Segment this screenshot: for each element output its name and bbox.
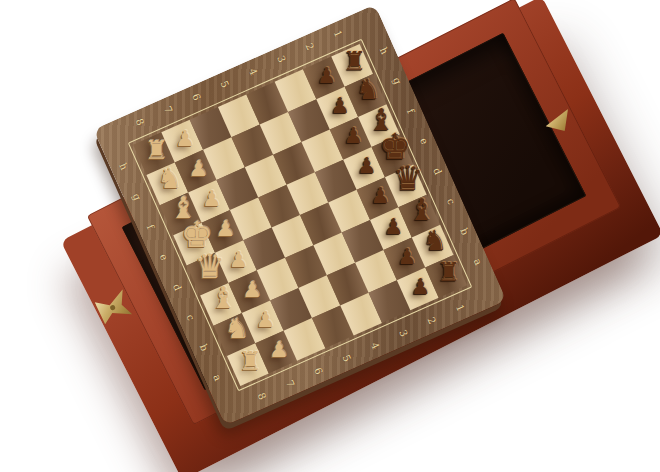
rank-label-bottom-4: 4 xyxy=(364,335,385,356)
file-label-left-h: h xyxy=(113,156,134,177)
file-label-left-a: a xyxy=(206,367,227,388)
rank-label-bottom-6: 6 xyxy=(308,361,329,382)
white-pawn-d7[interactable]: ♟ xyxy=(223,249,254,271)
white-pawn-a7[interactable]: ♟ xyxy=(263,339,294,361)
white-pawn-e7[interactable]: ♟ xyxy=(210,218,241,240)
black-pawn-e2[interactable]: ♟ xyxy=(351,155,382,177)
white-pawn-g7[interactable]: ♟ xyxy=(183,158,214,180)
file-label-right-b: b xyxy=(453,221,474,242)
black-pawn-b2[interactable]: ♟ xyxy=(392,246,423,268)
file-label-right-a: a xyxy=(467,251,488,272)
black-queen-d1[interactable]: ♛ xyxy=(393,161,424,195)
file-label-left-d: d xyxy=(166,277,187,298)
black-pawn-d2[interactable]: ♟ xyxy=(365,185,396,207)
rank-label-top-2: 2 xyxy=(299,36,320,57)
rank-label-top-8: 8 xyxy=(129,112,150,133)
rank-label-top-6: 6 xyxy=(185,87,206,108)
black-pawn-f2[interactable]: ♟ xyxy=(338,125,369,147)
rank-label-top-5: 5 xyxy=(214,74,235,95)
file-label-right-g: g xyxy=(386,70,407,91)
black-knight-b1[interactable]: ♞ xyxy=(420,227,451,255)
white-rook-h8[interactable]: ♜ xyxy=(141,137,172,163)
file-label-right-e: e xyxy=(413,131,434,152)
white-bishop-c8[interactable]: ♝ xyxy=(208,283,239,313)
white-pawn-c7[interactable]: ♟ xyxy=(237,279,268,301)
file-label-left-e: e xyxy=(153,247,174,268)
black-rook-h1[interactable]: ♜ xyxy=(339,48,370,74)
chess-set-photo: hhggffeeddccbbaa8877665544332211 ♜♟♟♜♞♟♟… xyxy=(0,0,660,472)
black-pawn-c2[interactable]: ♟ xyxy=(378,216,409,238)
white-queen-d8[interactable]: ♛ xyxy=(194,249,225,283)
rank-label-top-1: 1 xyxy=(327,23,348,44)
rank-label-bottom-5: 5 xyxy=(336,348,357,369)
black-pawn-a2[interactable]: ♟ xyxy=(405,276,436,298)
black-rook-a1[interactable]: ♜ xyxy=(433,259,464,285)
file-label-right-c: c xyxy=(440,191,461,212)
rank-label-top-3: 3 xyxy=(270,49,291,70)
white-pawn-f7[interactable]: ♟ xyxy=(196,188,227,210)
rank-label-top-7: 7 xyxy=(157,99,178,120)
rank-label-bottom-8: 8 xyxy=(251,386,272,407)
black-bishop-c1[interactable]: ♝ xyxy=(406,195,437,225)
white-knight-b8[interactable]: ♞ xyxy=(221,315,252,343)
file-label-left-b: b xyxy=(193,337,214,358)
file-label-left-g: g xyxy=(126,186,147,207)
rank-label-bottom-2: 2 xyxy=(421,310,442,331)
rank-label-bottom-1: 1 xyxy=(449,298,470,319)
file-label-right-f: f xyxy=(400,101,421,122)
black-pawn-g2[interactable]: ♟ xyxy=(325,95,356,117)
rank-label-bottom-7: 7 xyxy=(279,373,300,394)
white-rook-a8[interactable]: ♜ xyxy=(235,348,266,374)
black-pawn-h2[interactable]: ♟ xyxy=(311,65,342,87)
file-label-right-d: d xyxy=(427,161,448,182)
black-knight-g1[interactable]: ♞ xyxy=(353,76,384,104)
white-pawn-h7[interactable]: ♟ xyxy=(170,128,201,150)
white-knight-g8[interactable]: ♞ xyxy=(154,165,185,193)
rank-label-top-4: 4 xyxy=(242,61,263,82)
rank-label-bottom-3: 3 xyxy=(392,323,413,344)
file-label-left-f: f xyxy=(139,217,160,238)
file-label-left-c: c xyxy=(180,307,201,328)
file-label-right-h: h xyxy=(373,40,394,61)
white-pawn-b7[interactable]: ♟ xyxy=(250,309,281,331)
